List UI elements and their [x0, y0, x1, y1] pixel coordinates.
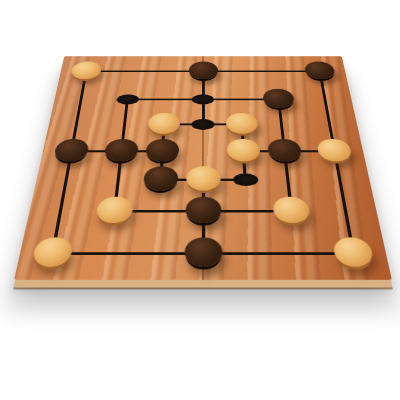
dark-piece-d1[interactable] [184, 237, 222, 266]
point-d6[interactable] [192, 94, 214, 104]
nine-mens-morris-board [14, 56, 392, 279]
light-piece-e4[interactable] [227, 139, 261, 161]
dark-piece-d2[interactable] [185, 197, 221, 223]
point-e3[interactable] [232, 174, 258, 187]
light-piece-a1[interactable] [31, 237, 74, 266]
point-d5[interactable] [191, 119, 214, 130]
light-piece-g1[interactable] [332, 237, 375, 266]
light-piece-e5[interactable] [226, 113, 259, 134]
dark-piece-c4[interactable] [145, 139, 179, 161]
product-photo-scene [0, 0, 400, 400]
light-piece-d3[interactable] [186, 166, 221, 190]
dark-piece-d7[interactable] [188, 62, 218, 80]
